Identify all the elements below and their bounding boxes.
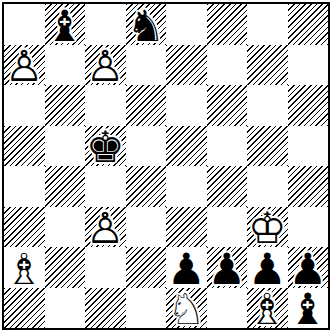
piece-glyph-fill: ♟ xyxy=(207,249,248,290)
square-h7[interactable] xyxy=(288,45,329,86)
white-knight: ♞♘ xyxy=(166,288,207,329)
square-e2[interactable]: ♟ xyxy=(166,247,207,288)
black-pawn: ♟ xyxy=(166,247,207,288)
square-d1[interactable] xyxy=(126,288,167,329)
square-g5[interactable] xyxy=(247,126,288,167)
white-pawn: ♟♙ xyxy=(4,45,45,86)
square-b4[interactable] xyxy=(45,166,86,207)
piece-glyph-outline: ♗ xyxy=(4,249,45,290)
square-d6[interactable] xyxy=(126,85,167,126)
white-bishop: ♝♗ xyxy=(4,247,45,288)
square-a3[interactable] xyxy=(4,207,45,248)
square-g3[interactable]: ♚♔ xyxy=(247,207,288,248)
white-pawn: ♟♙ xyxy=(85,45,126,86)
piece-glyph-outline: ♙ xyxy=(85,46,126,87)
square-b6[interactable] xyxy=(45,85,86,126)
square-f4[interactable] xyxy=(207,166,248,207)
square-c1[interactable] xyxy=(85,288,126,329)
square-f1[interactable] xyxy=(207,288,248,329)
square-c8[interactable] xyxy=(85,4,126,45)
square-g2[interactable]: ♟ xyxy=(247,247,288,288)
white-king: ♚♔ xyxy=(247,207,288,248)
square-g7[interactable] xyxy=(247,45,288,86)
square-h3[interactable] xyxy=(288,207,329,248)
piece-glyph-fill: ♝ xyxy=(45,6,86,47)
square-b2[interactable] xyxy=(45,247,86,288)
square-c2[interactable] xyxy=(85,247,126,288)
black-pawn: ♟ xyxy=(288,247,329,288)
square-a4[interactable] xyxy=(4,166,45,207)
black-knight: ♞ xyxy=(126,4,167,45)
square-a5[interactable] xyxy=(4,126,45,167)
black-king: ♚ xyxy=(85,126,126,167)
square-c6[interactable] xyxy=(85,85,126,126)
square-g1[interactable]: ♝♗ xyxy=(247,288,288,329)
piece-glyph-fill: ♟ xyxy=(166,249,207,290)
piece-glyph-fill: ♟ xyxy=(247,249,288,290)
square-f8[interactable] xyxy=(207,4,248,45)
square-c3[interactable]: ♟♙ xyxy=(85,207,126,248)
square-d3[interactable] xyxy=(126,207,167,248)
square-f5[interactable] xyxy=(207,126,248,167)
square-d7[interactable] xyxy=(126,45,167,86)
piece-glyph-fill: ♟ xyxy=(288,249,329,290)
square-h2[interactable]: ♟ xyxy=(288,247,329,288)
square-e7[interactable] xyxy=(166,45,207,86)
square-h4[interactable] xyxy=(288,166,329,207)
square-b5[interactable] xyxy=(45,126,86,167)
square-a8[interactable] xyxy=(4,4,45,45)
square-d8[interactable]: ♞ xyxy=(126,4,167,45)
square-f7[interactable] xyxy=(207,45,248,86)
square-e4[interactable] xyxy=(166,166,207,207)
square-c5[interactable]: ♚ xyxy=(85,126,126,167)
square-d2[interactable] xyxy=(126,247,167,288)
square-b7[interactable] xyxy=(45,45,86,86)
square-b8[interactable]: ♝ xyxy=(45,4,86,45)
square-a6[interactable] xyxy=(4,85,45,126)
piece-glyph-fill: ♚ xyxy=(85,127,126,168)
square-f2[interactable]: ♟ xyxy=(207,247,248,288)
white-bishop: ♝♗ xyxy=(247,288,288,329)
square-h8[interactable] xyxy=(288,4,329,45)
square-e3[interactable] xyxy=(166,207,207,248)
piece-glyph-outline: ♔ xyxy=(247,208,288,249)
black-bishop: ♝ xyxy=(45,4,86,45)
piece-glyph-outline: ♙ xyxy=(4,46,45,87)
square-d4[interactable] xyxy=(126,166,167,207)
square-c7[interactable]: ♟♙ xyxy=(85,45,126,86)
square-f6[interactable] xyxy=(207,85,248,126)
square-f3[interactable] xyxy=(207,207,248,248)
piece-glyph-outline: ♙ xyxy=(85,208,126,249)
white-pawn: ♟♙ xyxy=(85,207,126,248)
square-b3[interactable] xyxy=(45,207,86,248)
square-e6[interactable] xyxy=(166,85,207,126)
square-g8[interactable] xyxy=(247,4,288,45)
piece-glyph-outline: ♘ xyxy=(166,289,207,330)
square-a7[interactable]: ♟♙ xyxy=(4,45,45,86)
square-e8[interactable] xyxy=(166,4,207,45)
square-e1[interactable]: ♞♘ xyxy=(166,288,207,329)
black-bishop: ♝ xyxy=(288,288,329,329)
piece-glyph-outline: ♗ xyxy=(247,289,288,330)
square-c4[interactable] xyxy=(85,166,126,207)
board-frame: ♝♞♟♙♟♙♚♟♙♚♔♝♗♟♟♟♟♞♘♝♗♝ xyxy=(0,0,332,332)
square-a1[interactable] xyxy=(4,288,45,329)
piece-glyph-fill: ♝ xyxy=(288,289,329,330)
square-d5[interactable] xyxy=(126,126,167,167)
chess-board: ♝♞♟♙♟♙♚♟♙♚♔♝♗♟♟♟♟♞♘♝♗♝ xyxy=(2,2,330,330)
square-h6[interactable] xyxy=(288,85,329,126)
black-pawn: ♟ xyxy=(247,247,288,288)
black-pawn: ♟ xyxy=(207,247,248,288)
square-e5[interactable] xyxy=(166,126,207,167)
piece-glyph-fill: ♞ xyxy=(126,6,167,47)
square-b1[interactable] xyxy=(45,288,86,329)
square-a2[interactable]: ♝♗ xyxy=(4,247,45,288)
square-g6[interactable] xyxy=(247,85,288,126)
square-g4[interactable] xyxy=(247,166,288,207)
square-h5[interactable] xyxy=(288,126,329,167)
square-h1[interactable]: ♝ xyxy=(288,288,329,329)
